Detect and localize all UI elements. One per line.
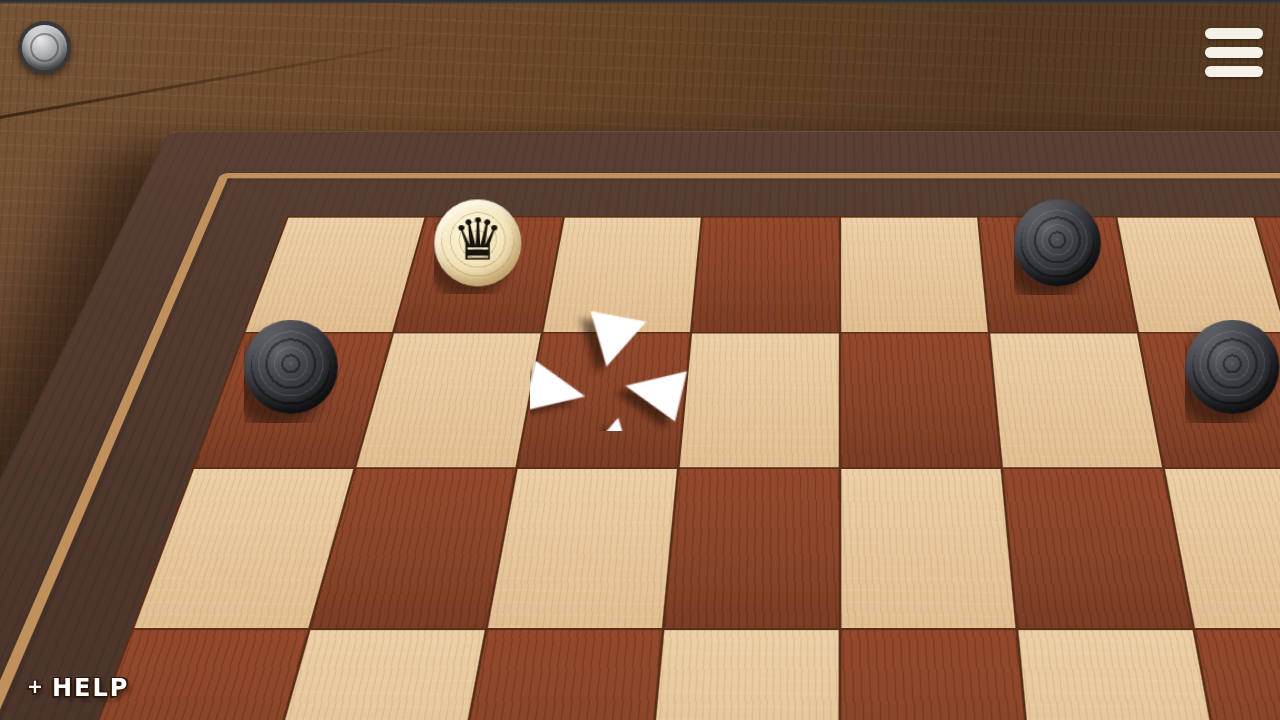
plus-icon: + bbox=[27, 675, 43, 697]
board-cell[interactable] bbox=[646, 630, 838, 720]
board-cell[interactable] bbox=[990, 333, 1162, 467]
triangle-icon: ▲ bbox=[569, 400, 658, 476]
help-label: HELP bbox=[52, 674, 129, 702]
board-perspective-wrap: ♛▼▶◀▲ bbox=[0, 0, 1280, 720]
black-man-piece[interactable] bbox=[1014, 199, 1101, 286]
black-man-piece[interactable] bbox=[1185, 320, 1279, 414]
board-cell[interactable] bbox=[451, 630, 661, 720]
hamburger-icon bbox=[1205, 66, 1263, 77]
game-scene: ♛▼▶◀▲ +HELP bbox=[0, 0, 1280, 720]
board-cell[interactable] bbox=[841, 333, 1000, 467]
board-cell[interactable] bbox=[692, 218, 839, 332]
board-cell[interactable] bbox=[680, 333, 839, 467]
board-cell[interactable] bbox=[1117, 218, 1280, 332]
help-button[interactable]: +HELP bbox=[27, 674, 129, 702]
move-target-marker[interactable]: ▼▶◀▲ bbox=[530, 311, 683, 462]
board-cell[interactable] bbox=[841, 630, 1033, 720]
board-cell[interactable] bbox=[1003, 469, 1192, 628]
triangle-icon: ▶ bbox=[514, 348, 603, 424]
board-cell[interactable] bbox=[841, 218, 988, 332]
menu-button[interactable] bbox=[1205, 28, 1263, 77]
board-cell[interactable] bbox=[841, 469, 1015, 628]
hamburger-icon bbox=[1205, 47, 1263, 58]
round-knob-icon bbox=[22, 25, 67, 70]
board-cell[interactable] bbox=[488, 469, 677, 628]
board-cell[interactable]: ▼▶◀▲ bbox=[518, 333, 690, 467]
checkers-board: ♛▼▶◀▲ bbox=[0, 131, 1280, 720]
board-cell[interactable] bbox=[665, 469, 839, 628]
board-cell[interactable] bbox=[979, 218, 1136, 332]
white-king-piece[interactable]: ♛ bbox=[434, 199, 521, 286]
board-cell[interactable] bbox=[1139, 333, 1280, 467]
board-cell[interactable] bbox=[1195, 630, 1280, 720]
crown-icon: ♛ bbox=[452, 211, 504, 269]
knob-button[interactable] bbox=[18, 21, 71, 74]
hamburger-icon bbox=[1205, 28, 1263, 39]
black-man-piece[interactable] bbox=[244, 320, 338, 414]
